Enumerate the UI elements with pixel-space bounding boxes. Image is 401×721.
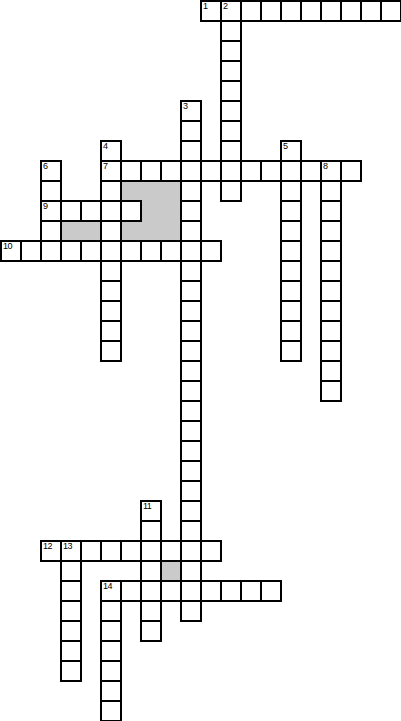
cell-r10c14 [280,200,302,222]
cell-r16c16 [320,320,342,342]
cell-r10c2 [40,200,62,222]
cell-r29c6 [120,580,142,602]
cell-r3c11 [220,60,242,82]
cell-r31c5 [100,620,122,642]
cell-r27c10 [200,540,222,562]
cell-r0c12 [240,0,262,22]
cell-r0c19 [380,0,401,22]
shaded-cell-r11c8 [160,220,180,240]
cell-r12c5 [100,240,122,262]
cell-r27c2 [40,540,62,562]
cell-r20c9 [180,400,202,422]
cell-r31c7 [140,620,162,642]
cell-r12c14 [280,240,302,262]
cell-r12c0 [0,240,22,262]
cell-r9c2 [40,180,62,202]
cell-r30c5 [100,600,122,622]
cell-r6c11 [220,120,242,142]
cell-r10c9 [180,200,202,222]
cell-r23c9 [180,460,202,482]
cell-r29c11 [220,580,242,602]
cell-r27c5 [100,540,122,562]
cell-r0c11 [220,0,242,22]
cell-r30c7 [140,600,162,622]
cell-r0c16 [320,0,342,22]
cell-r26c9 [180,520,202,542]
cell-r11c16 [320,220,342,242]
cell-r16c14 [280,320,302,342]
cell-r9c5 [100,180,122,202]
cell-r14c5 [100,280,122,302]
cell-r12c3 [60,240,82,262]
cell-r17c16 [320,340,342,362]
cell-r12c16 [320,240,342,262]
cell-r27c6 [120,540,142,562]
shaded-cell-r10c8 [160,200,180,220]
cell-r13c14 [280,260,302,282]
cell-r28c7 [140,560,162,582]
cell-r4c11 [220,80,242,102]
shaded-cell-r9c8 [160,180,180,200]
cell-r7c14 [280,140,302,162]
cell-r8c11 [220,160,242,182]
cell-r11c2 [40,220,62,242]
cell-r27c7 [140,540,162,562]
cell-r17c14 [280,340,302,362]
cell-r8c14 [280,160,302,182]
cell-r28c3 [60,560,82,582]
cell-r33c3 [60,660,82,682]
cell-r25c7 [140,500,162,522]
cell-r8c12 [240,160,262,182]
cell-r7c9 [180,140,202,162]
cell-r12c1 [20,240,42,262]
cell-r8c10 [200,160,222,182]
cell-r6c9 [180,120,202,142]
cell-r12c7 [140,240,162,262]
cell-r29c10 [200,580,222,602]
cell-r27c8 [160,540,182,562]
cell-r10c6 [120,200,142,222]
shaded-cell-r11c6 [120,220,140,240]
cell-r29c7 [140,580,162,602]
cell-r19c9 [180,380,202,402]
cell-r11c14 [280,220,302,242]
cell-r12c9 [180,240,202,262]
cell-r30c9 [180,600,202,622]
cell-r12c6 [120,240,142,262]
cell-r24c9 [180,480,202,502]
cell-r27c9 [180,540,202,562]
shaded-cell-r10c7 [140,200,160,220]
cell-r14c16 [320,280,342,302]
cell-r8c13 [260,160,282,182]
cell-r31c3 [60,620,82,642]
cell-r33c5 [100,660,122,682]
cell-r12c10 [200,240,222,262]
cell-r9c14 [280,180,302,202]
cell-r12c8 [160,240,182,262]
cell-r14c14 [280,280,302,302]
cell-r0c17 [340,0,362,22]
cell-r9c11 [220,180,242,202]
cell-r7c5 [100,140,122,162]
shaded-cell-r11c4 [80,220,100,240]
cell-r5c9 [180,100,202,122]
cell-r16c5 [100,320,122,342]
cell-r22c9 [180,440,202,462]
cell-r13c9 [180,260,202,282]
cell-r11c5 [100,220,122,242]
cell-r0c13 [260,0,282,22]
cell-r29c3 [60,580,82,602]
shaded-cell-r28c8 [160,560,180,580]
cell-r5c11 [220,100,242,122]
cell-r11c9 [180,220,202,242]
cell-r0c14 [280,0,302,22]
cell-r19c16 [320,380,342,402]
cell-r29c5 [100,580,122,602]
cell-r8c9 [180,160,202,182]
cell-r32c3 [60,640,82,662]
cell-r29c9 [180,580,202,602]
cell-r2c11 [220,40,242,62]
cell-r8c15 [300,160,322,182]
cell-r15c16 [320,300,342,322]
cell-r29c12 [240,580,262,602]
cell-r21c9 [180,420,202,442]
cell-r10c3 [60,200,82,222]
cell-r10c4 [80,200,102,222]
cell-r16c9 [180,320,202,342]
cell-r1c11 [220,20,242,42]
cell-r18c9 [180,360,202,382]
cell-r30c3 [60,600,82,622]
cell-r35c5 [100,700,122,721]
cell-r8c2 [40,160,62,182]
cell-r25c9 [180,500,202,522]
cell-r8c6 [120,160,142,182]
cell-r27c3 [60,540,82,562]
cell-r27c4 [80,540,102,562]
cell-r15c5 [100,300,122,322]
cell-r28c9 [180,560,202,582]
cell-r0c15 [300,0,322,22]
shaded-cell-r11c7 [140,220,160,240]
cell-r13c5 [100,260,122,282]
cell-r8c5 [100,160,122,182]
shaded-cell-r9c6 [120,180,140,200]
cell-r9c9 [180,180,202,202]
crossword-puzzle: 1234567891011121314 [0,0,401,721]
cell-r13c16 [320,260,342,282]
cell-r17c9 [180,340,202,362]
cell-r34c5 [100,680,122,702]
cell-r0c18 [360,0,382,22]
cell-r10c5 [100,200,122,222]
cell-r12c4 [80,240,102,262]
cell-r0c10 [200,0,222,22]
cell-r7c11 [220,140,242,162]
cell-r8c7 [140,160,162,182]
cell-r32c5 [100,640,122,662]
cell-r17c5 [100,340,122,362]
cell-r26c7 [140,520,162,542]
cell-r12c2 [40,240,62,262]
shaded-cell-r11c3 [60,220,80,240]
cell-r29c13 [260,580,282,602]
cell-r8c8 [160,160,182,182]
cell-r8c16 [320,160,342,182]
cell-r18c16 [320,360,342,382]
cell-r8c17 [340,160,362,182]
cell-r29c8 [160,580,182,602]
cell-r14c9 [180,280,202,302]
cell-r10c16 [320,200,342,222]
cell-r15c14 [280,300,302,322]
cell-r15c9 [180,300,202,322]
crossword-grid: 1234567891011121314 [0,0,400,720]
cell-r9c16 [320,180,342,202]
shaded-cell-r9c7 [140,180,160,200]
